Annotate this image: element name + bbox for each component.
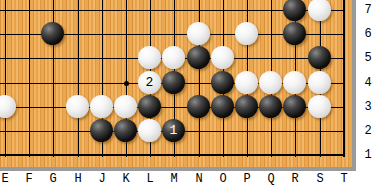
coord-label-col-T: T (336, 172, 352, 186)
grid-line-col-T (343, 0, 345, 157)
coord-label-col-J: J (94, 172, 110, 186)
coord-label-col-O: O (215, 172, 231, 186)
move-label-1: 1 (170, 124, 178, 137)
coord-label-row-3: 3 (361, 100, 375, 114)
stone-black-K2[interactable] (114, 119, 137, 142)
coord-label-col-F: F (21, 172, 37, 186)
stone-white-Q4[interactable] (259, 71, 282, 94)
coord-label-col-H: H (70, 172, 86, 186)
stone-black-O3[interactable] (211, 95, 234, 118)
coord-label-col-P: P (239, 172, 255, 186)
coord-label-col-R: R (287, 172, 303, 186)
stone-black-N5[interactable] (187, 46, 210, 69)
stone-white-M5[interactable] (162, 46, 185, 69)
stone-black-P3[interactable] (235, 95, 258, 118)
coord-label-row-4: 4 (361, 76, 375, 90)
coord-label-row-5: 5 (361, 51, 375, 65)
grid-line-col-F (29, 0, 30, 157)
grid-line-col-H (78, 0, 79, 157)
coord-label-col-K: K (118, 172, 134, 186)
stone-black-R3[interactable] (283, 95, 306, 118)
coord-label-row-6: 6 (361, 27, 375, 41)
stone-black-M4[interactable] (162, 71, 185, 94)
stone-white-R4[interactable] (283, 71, 306, 94)
coord-label-row-2: 2 (361, 124, 375, 138)
coord-label-row-1: 1 (361, 148, 375, 162)
stone-black-J2[interactable] (90, 119, 113, 142)
stone-white-N6[interactable] (187, 22, 210, 45)
stone-white-L4[interactable]: 2 (138, 71, 161, 94)
stone-black-M2[interactable]: 1 (162, 119, 185, 142)
go-diagram: 12 EFGHJKLMNOPQRST 7654321 (0, 0, 380, 188)
star-point-K4 (124, 81, 129, 86)
stone-black-L3[interactable] (138, 95, 161, 118)
stone-black-R7[interactable] (283, 0, 306, 21)
stone-white-O5[interactable] (211, 46, 234, 69)
stone-white-S3[interactable] (308, 95, 331, 118)
grid-line-col-E (5, 0, 6, 157)
coord-label-col-G: G (45, 172, 61, 186)
stone-white-J3[interactable] (90, 95, 113, 118)
stone-white-S7[interactable] (308, 0, 331, 21)
coord-label-row-7: 7 (361, 3, 375, 17)
stone-white-P4[interactable] (235, 71, 258, 94)
stone-white-L5[interactable] (138, 46, 161, 69)
coord-label-col-E: E (0, 172, 13, 186)
stone-white-P6[interactable] (235, 22, 258, 45)
coord-label-col-M: M (166, 172, 182, 186)
coord-label-col-Q: Q (263, 172, 279, 186)
stone-black-O4[interactable] (211, 71, 234, 94)
stone-black-S5[interactable] (308, 46, 331, 69)
stone-white-K3[interactable] (114, 95, 137, 118)
stone-white-H3[interactable] (66, 95, 89, 118)
stone-black-N3[interactable] (187, 95, 210, 118)
stone-black-G6[interactable] (41, 22, 64, 45)
go-board[interactable]: 12 (0, 0, 356, 171)
stone-black-R6[interactable] (283, 22, 306, 45)
coord-label-col-N: N (191, 172, 207, 186)
stone-black-Q3[interactable] (259, 95, 282, 118)
coord-label-col-L: L (142, 172, 158, 186)
stone-white-S4[interactable] (308, 71, 331, 94)
stone-white-E3[interactable] (0, 95, 16, 118)
coord-label-col-S: S (312, 172, 328, 186)
stone-white-L2[interactable] (138, 119, 161, 142)
grid-line-row-1 (0, 154, 345, 156)
move-label-2: 2 (146, 76, 154, 89)
